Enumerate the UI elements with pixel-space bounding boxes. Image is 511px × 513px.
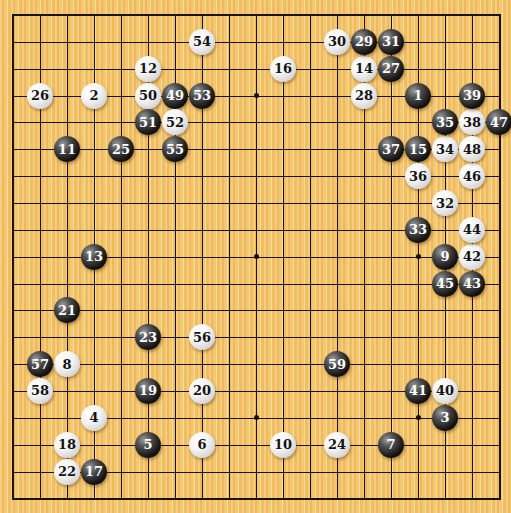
move-number: 58 [31,384,49,397]
stone-22: 22 [54,459,80,485]
stone-16: 16 [270,56,296,82]
move-number: 15 [409,143,427,156]
stone-26: 26 [27,83,53,109]
star-point [254,254,259,259]
move-number: 43 [463,277,481,290]
move-number: 8 [62,358,71,371]
move-number: 13 [85,250,103,263]
stone-32: 32 [432,190,458,216]
stone-10: 10 [270,432,296,458]
stone-45: 45 [432,271,458,297]
move-number: 2 [89,89,98,102]
grid-line-horizontal [13,337,499,338]
move-number: 27 [382,62,400,75]
move-number: 53 [193,89,211,102]
move-number: 37 [382,143,400,156]
stone-24: 24 [324,432,350,458]
move-number: 9 [440,250,449,263]
stone-28: 28 [351,83,377,109]
grid-line-horizontal [13,42,499,43]
go-board[interactable]: 1234567891011121314151617181920212223242… [0,0,511,513]
move-number: 10 [274,438,292,451]
move-number: 57 [31,358,49,371]
grid-line-horizontal [13,364,499,365]
stone-57: 57 [27,351,53,377]
move-number: 11 [58,143,76,156]
move-number: 12 [139,62,157,75]
stone-14: 14 [351,56,377,82]
stone-13: 13 [81,244,107,270]
stone-23: 23 [135,324,161,350]
move-number: 34 [436,143,454,156]
stone-47: 47 [486,109,511,135]
stone-35: 35 [432,109,458,135]
stone-1: 1 [405,83,431,109]
stone-58: 58 [27,378,53,404]
move-number: 30 [328,35,346,48]
move-number: 42 [463,250,481,263]
move-number: 16 [274,62,292,75]
stone-31: 31 [378,29,404,55]
stone-53: 53 [189,83,215,109]
grid-line-horizontal [13,122,499,123]
stone-34: 34 [432,136,458,162]
grid-line-vertical [283,15,284,498]
grid-line-vertical [67,15,68,498]
move-number: 54 [193,35,211,48]
stone-19: 19 [135,378,161,404]
stone-59: 59 [324,351,350,377]
grid-line-vertical [310,15,311,498]
move-number: 1 [413,89,422,102]
grid-line-vertical [256,15,257,498]
move-number: 46 [463,170,481,183]
move-number: 6 [197,438,206,451]
move-number: 41 [409,384,427,397]
move-number: 35 [436,116,454,129]
move-number: 3 [440,411,449,424]
stone-17: 17 [81,459,107,485]
star-point [254,415,259,420]
move-number: 4 [89,411,98,424]
move-number: 24 [328,438,346,451]
move-number: 26 [31,89,49,102]
stone-48: 48 [459,136,485,162]
stone-40: 40 [432,378,458,404]
move-number: 44 [463,223,481,236]
stone-21: 21 [54,297,80,323]
stone-55: 55 [162,136,188,162]
move-number: 29 [355,35,373,48]
move-number: 22 [58,465,76,478]
stone-12: 12 [135,56,161,82]
move-number: 25 [112,143,130,156]
stone-29: 29 [351,29,377,55]
stone-3: 3 [432,405,458,431]
stone-27: 27 [378,56,404,82]
stone-7: 7 [378,432,404,458]
move-number: 56 [193,331,211,344]
move-number: 38 [463,116,481,129]
grid-line-horizontal [13,310,499,311]
move-number: 49 [166,89,184,102]
stone-51: 51 [135,109,161,135]
stone-18: 18 [54,432,80,458]
move-number: 47 [490,116,508,129]
move-number: 40 [436,384,454,397]
stone-4: 4 [81,405,107,431]
star-point [254,93,259,98]
move-number: 7 [386,438,395,451]
stone-46: 46 [459,163,485,189]
move-number: 23 [139,331,157,344]
move-number: 5 [143,438,152,451]
grid-line-horizontal [13,445,499,446]
move-number: 51 [139,116,157,129]
stone-9: 9 [432,244,458,270]
stone-52: 52 [162,109,188,135]
star-point [416,415,421,420]
stone-5: 5 [135,432,161,458]
stone-6: 6 [189,432,215,458]
stone-38: 38 [459,109,485,135]
stone-15: 15 [405,136,431,162]
move-number: 36 [409,170,427,183]
stone-39: 39 [459,83,485,109]
stone-8: 8 [54,351,80,377]
move-number: 45 [436,277,454,290]
stone-42: 42 [459,244,485,270]
move-number: 55 [166,143,184,156]
stone-11: 11 [54,136,80,162]
stone-43: 43 [459,271,485,297]
grid-line-vertical [391,15,392,498]
move-number: 31 [382,35,400,48]
stone-37: 37 [378,136,404,162]
move-number: 20 [193,384,211,397]
stone-44: 44 [459,217,485,243]
move-number: 52 [166,116,184,129]
move-number: 50 [139,89,157,102]
grid-line-vertical [121,15,122,498]
grid-line-horizontal [13,284,499,285]
stone-2: 2 [81,83,107,109]
stone-54: 54 [189,29,215,55]
stone-49: 49 [162,83,188,109]
move-number: 48 [463,143,481,156]
grid-line-vertical [337,15,338,498]
stone-36: 36 [405,163,431,189]
move-number: 28 [355,89,373,102]
move-number: 17 [85,465,103,478]
move-number: 14 [355,62,373,75]
move-number: 39 [463,89,481,102]
stone-25: 25 [108,136,134,162]
move-number: 21 [58,304,76,317]
stone-56: 56 [189,324,215,350]
star-point [416,254,421,259]
move-number: 32 [436,197,454,210]
stone-20: 20 [189,378,215,404]
grid-line-horizontal [13,203,499,204]
move-number: 33 [409,223,427,236]
grid-line-vertical [229,15,230,498]
stone-30: 30 [324,29,350,55]
stone-41: 41 [405,378,431,404]
move-number: 59 [328,358,346,371]
stone-50: 50 [135,83,161,109]
move-number: 18 [58,438,76,451]
stone-33: 33 [405,217,431,243]
grid-line-horizontal [13,69,499,70]
move-number: 19 [139,384,157,397]
